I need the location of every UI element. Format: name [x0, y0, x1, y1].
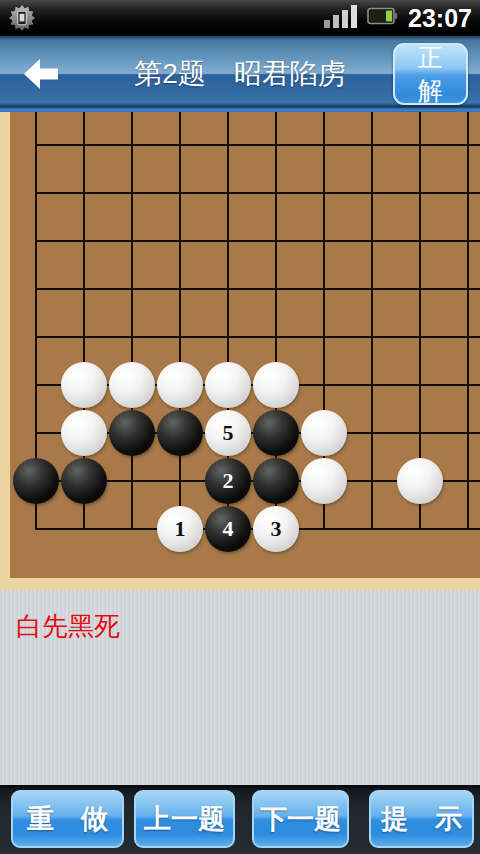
grid-line-h: [35, 192, 480, 194]
clock-time: 23:07: [408, 6, 472, 31]
next-problem-button[interactable]: 下一题: [252, 790, 349, 848]
problem-objective-text: 白先黑死: [16, 609, 480, 644]
move-number-label: 1: [175, 518, 186, 540]
stone-black: [109, 410, 155, 456]
grid-line-v: [131, 112, 133, 530]
grid-line-h: [35, 336, 480, 338]
stone-white: [61, 362, 107, 408]
grid-line-v: [179, 112, 181, 530]
stone-white: [301, 458, 347, 504]
stone-black: [253, 458, 299, 504]
stone-white: [157, 362, 203, 408]
battery-icon: [367, 6, 398, 30]
status-bar: 23:07: [0, 0, 480, 36]
hint-button[interactable]: 提 示: [369, 790, 474, 848]
back-button[interactable]: [24, 59, 58, 89]
stone-white-move-5: 5: [205, 410, 251, 456]
app-screen: 23:07 第2题 昭君陷虏 正 解 52143 白先黑死 重 做 上一题 下一…: [0, 0, 480, 854]
usb-debug-gear-icon: [8, 4, 36, 32]
stone-white: [301, 410, 347, 456]
prev-problem-button[interactable]: 上一题: [134, 790, 235, 848]
stone-white: [109, 362, 155, 408]
stone-white-move-3: 3: [253, 506, 299, 552]
redo-button[interactable]: 重 做: [11, 790, 124, 848]
stone-white: [61, 410, 107, 456]
stone-black: [253, 410, 299, 456]
move-number-label: 3: [271, 518, 282, 540]
stone-white: [397, 458, 443, 504]
grid-line-h: [35, 144, 480, 146]
go-board[interactable]: 52143: [10, 112, 480, 578]
signal-strength-icon: [324, 4, 357, 32]
grid-line-h: [35, 240, 480, 242]
stone-white: [205, 362, 251, 408]
stone-white: [253, 362, 299, 408]
grid-line-v: [467, 112, 469, 530]
stone-white-move-1: 1: [157, 506, 203, 552]
stone-black: [13, 458, 59, 504]
title-bar: 第2题 昭君陷虏 正 解: [0, 36, 480, 112]
stone-black-move-2: 2: [205, 458, 251, 504]
stone-black-move-4: 4: [205, 506, 251, 552]
correct-answer-button[interactable]: 正 解: [393, 43, 468, 105]
grid-line-v: [371, 112, 373, 530]
stone-black: [157, 410, 203, 456]
bottom-toolbar: 重 做 上一题 下一题 提 示: [0, 785, 480, 854]
move-number-label: 5: [223, 422, 234, 444]
board-frame: 52143: [0, 112, 480, 590]
problem-info-panel: 白先黑死: [0, 590, 480, 785]
back-arrow-icon: [24, 77, 58, 92]
stone-black: [61, 458, 107, 504]
move-number-label: 4: [223, 518, 234, 540]
grid-line-h: [35, 288, 480, 290]
move-number-label: 2: [223, 470, 234, 492]
